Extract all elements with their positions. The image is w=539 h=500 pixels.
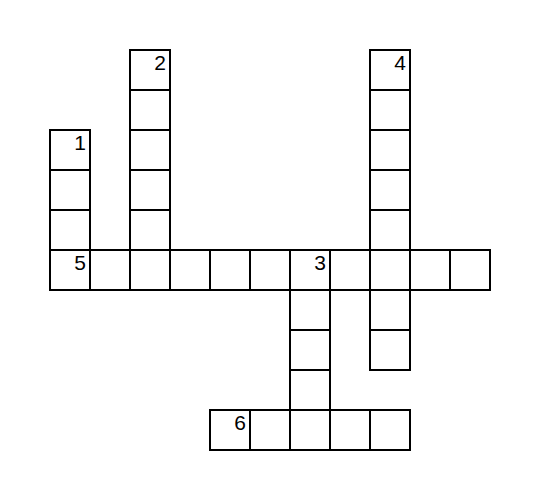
- crossword-cell-r0c2[interactable]: 2: [129, 49, 171, 91]
- crossword-cell-r5c1[interactable]: [89, 249, 131, 291]
- crossword-cell-r9c8[interactable]: [369, 409, 411, 451]
- clue-number-1: 1: [74, 131, 86, 154]
- crossword-cell-r5c5[interactable]: [249, 249, 291, 291]
- crossword-cell-r5c4[interactable]: [209, 249, 251, 291]
- crossword-cell-r5c2[interactable]: [129, 249, 171, 291]
- crossword-cell-r6c6[interactable]: [289, 289, 331, 331]
- crossword-cell-r8c6[interactable]: [289, 369, 331, 411]
- crossword-cell-r9c5[interactable]: [249, 409, 291, 451]
- crossword-cell-r2c8[interactable]: [369, 129, 411, 171]
- crossword-cell-r3c2[interactable]: [129, 169, 171, 211]
- crossword-puzzle-canvas: 241536: [0, 0, 539, 500]
- crossword-cell-r3c0[interactable]: [49, 169, 91, 211]
- crossword-cell-r5c10[interactable]: [449, 249, 491, 291]
- crossword-cell-r9c7[interactable]: [329, 409, 371, 451]
- clue-number-6: 6: [234, 411, 246, 434]
- crossword-cell-r3c8[interactable]: [369, 169, 411, 211]
- crossword-cell-r5c0[interactable]: 5: [49, 249, 91, 291]
- crossword-cell-r5c8[interactable]: [369, 249, 411, 291]
- crossword-cell-r7c6[interactable]: [289, 329, 331, 371]
- crossword-cell-r5c7[interactable]: [329, 249, 371, 291]
- clue-number-3: 3: [314, 251, 326, 274]
- crossword-cell-r1c2[interactable]: [129, 89, 171, 131]
- clue-number-4: 4: [394, 51, 406, 74]
- crossword-cell-r4c2[interactable]: [129, 209, 171, 251]
- crossword-board: 241536: [49, 49, 492, 452]
- crossword-cell-r0c8[interactable]: 4: [369, 49, 411, 91]
- crossword-cell-r2c0[interactable]: 1: [49, 129, 91, 171]
- crossword-cell-r5c9[interactable]: [409, 249, 451, 291]
- crossword-cell-r4c8[interactable]: [369, 209, 411, 251]
- crossword-cell-r9c6[interactable]: [289, 409, 331, 451]
- clue-number-2: 2: [154, 51, 166, 74]
- crossword-cell-r7c8[interactable]: [369, 329, 411, 371]
- crossword-cell-r5c3[interactable]: [169, 249, 211, 291]
- clue-number-5: 5: [74, 251, 86, 274]
- crossword-cell-r9c4[interactable]: 6: [209, 409, 251, 451]
- crossword-cell-r6c8[interactable]: [369, 289, 411, 331]
- crossword-cell-r4c0[interactable]: [49, 209, 91, 251]
- crossword-cell-r2c2[interactable]: [129, 129, 171, 171]
- crossword-cell-r1c8[interactable]: [369, 89, 411, 131]
- crossword-cell-r5c6[interactable]: 3: [289, 249, 331, 291]
